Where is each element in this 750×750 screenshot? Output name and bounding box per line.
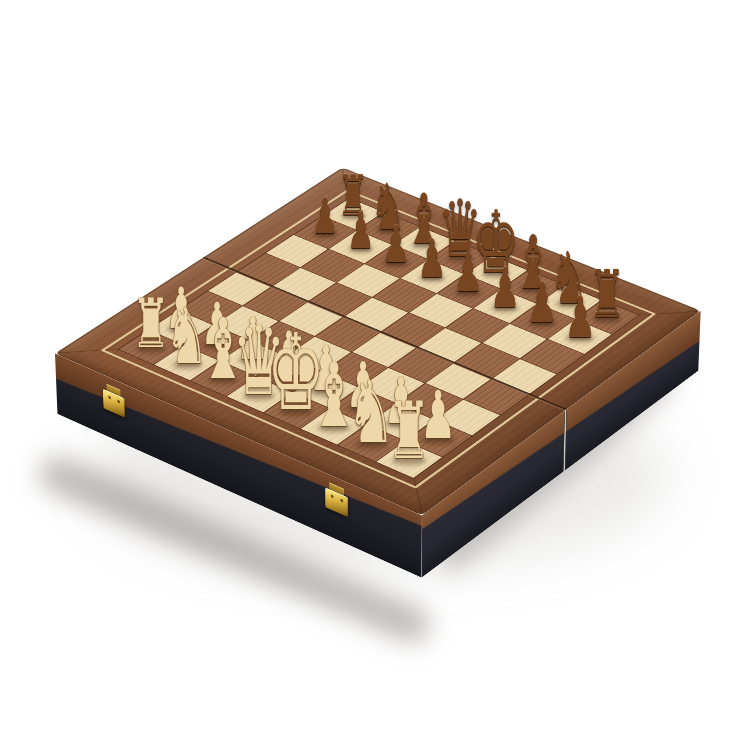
square-h1	[376, 441, 442, 478]
square-g4	[426, 363, 491, 398]
product-photo-page: { "game": "chess", "scene": "wooden fold…	[0, 0, 750, 750]
square-f4	[389, 348, 453, 383]
frame-mitre-joint	[55, 349, 119, 354]
board-top-face	[55, 167, 701, 515]
square-e1	[264, 392, 329, 428]
square-h2	[406, 420, 472, 457]
square-g1	[338, 425, 404, 462]
square-g5	[455, 343, 519, 378]
square-e4	[352, 332, 416, 367]
square-f1	[301, 408, 367, 444]
square-e2	[293, 372, 358, 407]
square-h3	[435, 399, 500, 435]
square-d3	[286, 337, 350, 372]
square-d1	[227, 377, 292, 413]
square-c2	[221, 341, 285, 376]
square-f2	[330, 388, 395, 424]
square-h5	[492, 359, 556, 394]
square-f5	[417, 328, 481, 363]
folding-chess-box	[55, 167, 701, 515]
square-b1	[155, 345, 220, 380]
chess-set-scene	[0, 0, 750, 750]
square-c1	[191, 361, 256, 396]
square-g2	[368, 404, 433, 440]
square-g3	[397, 384, 462, 420]
square-e3	[323, 352, 387, 387]
frame-mitre-joint	[413, 478, 423, 516]
square-f3	[360, 368, 425, 403]
square-a1	[119, 330, 183, 365]
square-h4	[464, 379, 529, 415]
fold-gap-line	[563, 409, 567, 472]
square-h6	[520, 339, 584, 374]
square-d2	[257, 356, 322, 391]
